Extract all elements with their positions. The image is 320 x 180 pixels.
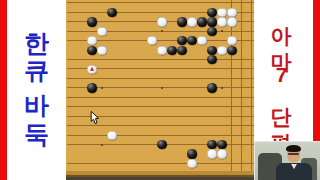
black-stone: [177, 46, 187, 55]
last-move-marker: [90, 67, 94, 71]
white-stone: [87, 65, 97, 74]
black-stone: [87, 83, 97, 92]
white-stone: [107, 131, 117, 140]
black-stone: [187, 149, 197, 158]
black-stone: [207, 8, 217, 17]
black-stone: [107, 8, 117, 17]
stones-layer: [67, 0, 254, 171]
webcam-overlay: [254, 141, 320, 180]
white-stone: [187, 17, 197, 26]
video-frame: 한큐바둑 아마7단편: [0, 0, 320, 180]
white-stone: [217, 17, 227, 26]
white-stone: [217, 8, 227, 17]
left-red-strip: [0, 0, 7, 180]
white-stone: [227, 36, 237, 45]
black-stone: [217, 140, 227, 149]
presenter-hair: [286, 145, 301, 152]
white-stone: [197, 36, 207, 45]
black-stone: [157, 140, 167, 149]
white-stone: [97, 27, 107, 36]
board-play-area: [66, 0, 254, 171]
white-stone: [147, 36, 157, 45]
white-stone: [157, 46, 167, 55]
black-stone: [207, 55, 217, 64]
black-stone: [207, 140, 217, 149]
mouse-cursor-icon: [90, 111, 100, 125]
black-stone: [197, 17, 207, 26]
white-stone: [217, 46, 227, 55]
white-stone: [227, 17, 237, 26]
white-stone: [217, 149, 227, 158]
white-stone: [187, 159, 197, 168]
white-stone: [157, 17, 167, 26]
black-stone: [87, 46, 97, 55]
black-stone: [187, 36, 197, 45]
black-stone: [207, 27, 217, 36]
black-stone: [87, 17, 97, 26]
white-stone: [227, 8, 237, 17]
black-stone: [207, 17, 217, 26]
black-stone: [177, 36, 187, 45]
black-stone: [207, 46, 217, 55]
black-stone: [167, 46, 177, 55]
left-title: 한큐바둑: [24, 13, 49, 137]
white-stone: [97, 46, 107, 55]
white-stone: [87, 36, 97, 45]
black-stone: [177, 17, 187, 26]
white-stone: [207, 149, 217, 158]
black-stone: [227, 46, 237, 55]
right-title: 아마7단편: [271, 11, 292, 143]
go-board[interactable]: [66, 0, 254, 180]
black-stone: [207, 83, 217, 92]
